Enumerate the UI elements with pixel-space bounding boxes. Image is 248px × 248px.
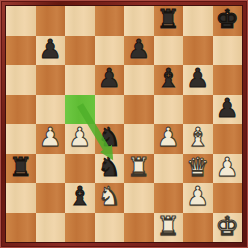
square-c7[interactable] [65,36,95,66]
square-f3[interactable] [154,154,184,184]
white-king[interactable]: ♚ [216,212,239,242]
square-a3[interactable]: ♜ [6,154,36,184]
square-e5[interactable] [124,95,154,125]
black-knight[interactable]: ♞ [98,123,121,153]
square-b6[interactable] [36,65,66,95]
black-king[interactable]: ♚ [216,5,239,35]
square-d7[interactable] [95,36,125,66]
square-h4[interactable] [213,124,243,154]
square-h7[interactable] [213,36,243,66]
square-d2[interactable]: ♞ [95,183,125,213]
square-e3[interactable]: ♜ [124,154,154,184]
square-a4[interactable] [6,124,36,154]
black-pawn[interactable]: ♟ [98,64,121,94]
square-a1[interactable] [6,213,36,243]
black-rook[interactable]: ♜ [157,5,180,35]
black-rook[interactable]: ♜ [9,153,32,183]
square-b7[interactable]: ♟ [36,36,66,66]
white-knight[interactable]: ♞ [98,182,121,212]
black-pawn[interactable]: ♟ [216,94,239,124]
square-h2[interactable] [213,183,243,213]
square-g8[interactable] [183,6,213,36]
square-c2[interactable]: ♝ [65,183,95,213]
square-e2[interactable] [124,183,154,213]
square-a5[interactable] [6,95,36,125]
square-d5[interactable] [95,95,125,125]
square-f5[interactable] [154,95,184,125]
square-f1[interactable]: ♜ [154,213,184,243]
square-e1[interactable] [124,213,154,243]
square-d3[interactable]: ♞ [95,154,125,184]
white-bishop[interactable]: ♝ [186,123,209,153]
square-g2[interactable]: ♟ [183,183,213,213]
square-h1[interactable]: ♚ [213,213,243,243]
square-d8[interactable] [95,6,125,36]
square-c1[interactable] [65,213,95,243]
square-a2[interactable] [6,183,36,213]
square-c8[interactable] [65,6,95,36]
square-e7[interactable]: ♟ [124,36,154,66]
square-f2[interactable] [154,183,184,213]
square-g4[interactable]: ♝ [183,124,213,154]
square-a8[interactable] [6,6,36,36]
square-d4[interactable]: ♞ [95,124,125,154]
square-b5[interactable] [36,95,66,125]
square-f4[interactable]: ♟ [154,124,184,154]
black-pawn[interactable]: ♟ [127,35,150,65]
square-f6[interactable]: ♝ [154,65,184,95]
square-c3[interactable] [65,154,95,184]
square-b3[interactable] [36,154,66,184]
square-d6[interactable]: ♟ [95,65,125,95]
black-pawn[interactable]: ♟ [186,64,209,94]
square-h5[interactable]: ♟ [213,95,243,125]
square-b8[interactable] [36,6,66,36]
white-pawn[interactable]: ♟ [216,153,239,183]
square-g1[interactable] [183,213,213,243]
square-e8[interactable] [124,6,154,36]
square-c4[interactable]: ♟ [65,124,95,154]
white-rook[interactable]: ♜ [157,212,180,242]
square-e6[interactable] [124,65,154,95]
white-pawn[interactable]: ♟ [157,123,180,153]
square-a6[interactable] [6,65,36,95]
square-h6[interactable] [213,65,243,95]
black-knight[interactable]: ♞ [98,153,121,183]
chess-board: ♜♚♟♟♟♝♟♟♟♟♞♟♝♜♞♜♛♟♝♞♟♜♚ [6,6,242,242]
white-pawn[interactable]: ♟ [186,182,209,212]
black-pawn[interactable]: ♟ [39,35,62,65]
square-d1[interactable] [95,213,125,243]
white-pawn[interactable]: ♟ [68,123,91,153]
white-queen[interactable]: ♛ [186,153,209,183]
square-c5[interactable] [65,95,95,125]
square-h3[interactable]: ♟ [213,154,243,184]
square-f7[interactable] [154,36,184,66]
black-bishop[interactable]: ♝ [157,64,180,94]
white-rook[interactable]: ♜ [127,153,150,183]
square-h8[interactable]: ♚ [213,6,243,36]
square-b4[interactable]: ♟ [36,124,66,154]
square-g3[interactable]: ♛ [183,154,213,184]
square-g5[interactable] [183,95,213,125]
black-bishop[interactable]: ♝ [68,182,91,212]
square-a7[interactable] [6,36,36,66]
square-c6[interactable] [65,65,95,95]
square-g6[interactable]: ♟ [183,65,213,95]
square-e4[interactable] [124,124,154,154]
white-pawn[interactable]: ♟ [39,123,62,153]
square-b2[interactable] [36,183,66,213]
board-frame: ♜♚♟♟♟♝♟♟♟♟♞♟♝♜♞♜♛♟♝♞♟♜♚ [0,0,248,248]
square-f8[interactable]: ♜ [154,6,184,36]
square-g7[interactable] [183,36,213,66]
square-b1[interactable] [36,213,66,243]
